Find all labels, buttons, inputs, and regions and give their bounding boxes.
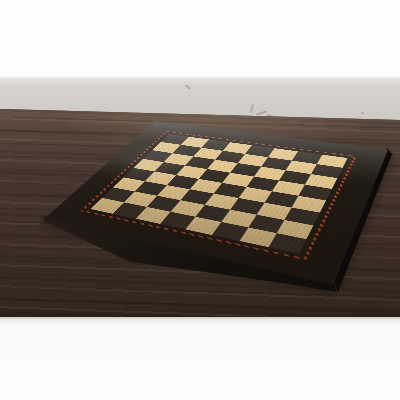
wall-scuff-mark: [256, 110, 267, 115]
wall-scuff-mark: [185, 84, 191, 89]
wall: [0, 0, 400, 130]
wall-scuff-mark: [250, 104, 254, 113]
wall-scuff-mark: [361, 112, 364, 114]
foreground-strip: [0, 317, 400, 400]
product-photo-scene: [0, 0, 400, 400]
